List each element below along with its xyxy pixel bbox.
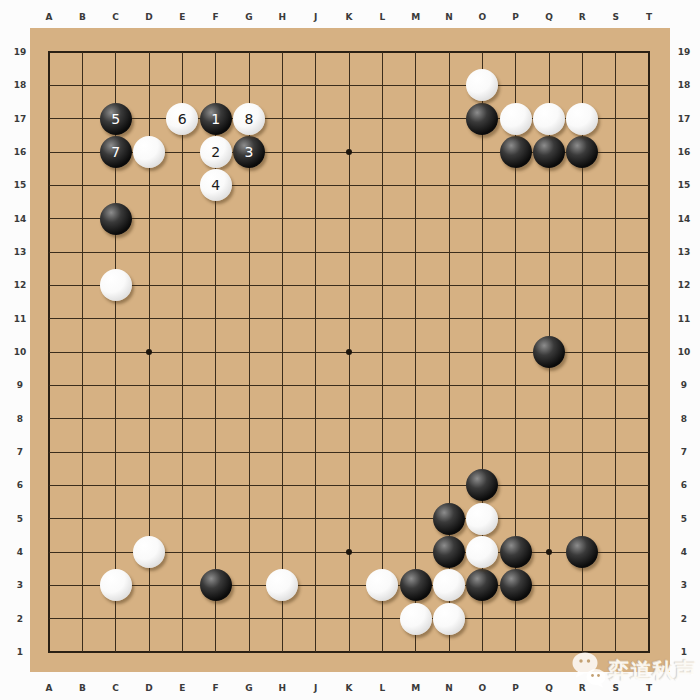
coord-label-left-5: 5: [17, 514, 23, 524]
grid-line: [615, 52, 616, 652]
coord-label-top-T: T: [646, 12, 652, 22]
coord-label-right-9: 9: [681, 380, 687, 390]
stone-black-R4: [566, 536, 598, 568]
grid-line: [49, 418, 649, 419]
coord-label-top-F: F: [213, 12, 219, 22]
stone-black-F3: [200, 569, 232, 601]
stone-black-P4: [500, 536, 532, 568]
coord-label-left-18: 18: [14, 80, 27, 90]
coord-label-bottom-B: B: [79, 683, 86, 693]
coord-label-top-C: C: [112, 12, 119, 22]
coord-label-top-N: N: [445, 12, 453, 22]
coord-label-left-3: 3: [17, 580, 23, 590]
stone-white-D16: [133, 136, 165, 168]
stone-black-R16: [566, 136, 598, 168]
stone-white-D4: [133, 536, 165, 568]
stone-white-E17: 6: [166, 103, 198, 135]
coord-label-bottom-N: N: [445, 683, 453, 693]
coord-label-bottom-D: D: [145, 683, 152, 693]
watermark-text: 弈道秋声: [608, 656, 696, 684]
coord-label-top-G: G: [245, 12, 252, 22]
coord-label-left-14: 14: [14, 214, 27, 224]
stone-black-P16: [500, 136, 532, 168]
coord-label-right-6: 6: [681, 480, 687, 490]
move-number: 6: [178, 112, 187, 126]
star-point-K16: [346, 149, 352, 155]
star-point-K4: [346, 549, 352, 555]
stone-black-N5: [433, 503, 465, 535]
coord-label-bottom-E: E: [179, 683, 185, 693]
coord-label-bottom-K: K: [346, 683, 353, 693]
coord-label-right-8: 8: [681, 414, 687, 424]
coord-label-left-13: 13: [14, 247, 27, 257]
coord-label-right-4: 4: [681, 547, 687, 557]
move-number: 1: [211, 112, 220, 126]
stone-black-F17: 1: [200, 103, 232, 135]
coord-label-top-P: P: [512, 12, 519, 22]
move-number: 4: [211, 178, 220, 192]
stone-black-N4: [433, 536, 465, 568]
stone-white-H3: [266, 569, 298, 601]
coord-label-left-15: 15: [14, 180, 27, 190]
watermark: 弈道秋声: [572, 646, 698, 698]
coord-label-left-4: 4: [17, 547, 23, 557]
stone-white-O5: [466, 503, 498, 535]
coord-label-right-7: 7: [681, 447, 687, 457]
stone-white-R17: [566, 103, 598, 135]
grid-line: [49, 485, 649, 486]
coord-label-bottom-O: O: [479, 683, 487, 693]
coord-label-bottom-F: F: [213, 683, 219, 693]
coord-label-right-2: 2: [681, 614, 687, 624]
stone-black-O6: [466, 469, 498, 501]
move-number: 2: [211, 145, 220, 159]
star-point-K10: [346, 349, 352, 355]
coord-label-left-7: 7: [17, 447, 23, 457]
wechat-icon: [572, 650, 606, 688]
stone-white-L3: [366, 569, 398, 601]
coord-label-left-8: 8: [17, 414, 23, 424]
coord-label-right-18: 18: [678, 80, 691, 90]
coord-label-bottom-C: C: [112, 683, 119, 693]
coord-label-left-2: 2: [17, 614, 23, 624]
coord-label-bottom-J: J: [314, 683, 317, 693]
stone-white-O18: [466, 69, 498, 101]
coord-label-right-13: 13: [678, 247, 691, 257]
star-point-D10: [146, 349, 152, 355]
stone-white-C12: [100, 269, 132, 301]
coord-label-top-D: D: [145, 12, 152, 22]
coord-label-right-19: 19: [678, 47, 691, 57]
coord-label-top-H: H: [279, 12, 287, 22]
stone-black-O17: [466, 103, 498, 135]
stone-black-Q16: [533, 136, 565, 168]
coord-label-top-S: S: [612, 12, 618, 22]
stone-black-M3: [400, 569, 432, 601]
move-number: 5: [111, 112, 120, 126]
grid-line: [415, 52, 416, 652]
grid-line: [49, 452, 649, 453]
grid-line: [49, 385, 649, 386]
stone-black-C17: 5: [100, 103, 132, 135]
coord-label-bottom-Q: Q: [545, 683, 553, 693]
coord-label-right-14: 14: [678, 214, 691, 224]
stone-black-C16: 7: [100, 136, 132, 168]
coord-label-left-10: 10: [14, 347, 27, 357]
coord-label-right-11: 11: [678, 314, 691, 324]
coord-label-bottom-H: H: [279, 683, 287, 693]
coord-label-bottom-M: M: [411, 683, 420, 693]
stone-white-M2: [400, 603, 432, 635]
stone-white-O4: [466, 536, 498, 568]
stone-black-P3: [500, 569, 532, 601]
coord-label-top-O: O: [479, 12, 487, 22]
coord-label-right-15: 15: [678, 180, 691, 190]
stone-black-Q10: [533, 336, 565, 368]
coord-label-right-12: 12: [678, 280, 691, 290]
grid-line: [382, 52, 383, 652]
coord-label-right-3: 3: [681, 580, 687, 590]
move-number: 3: [245, 145, 254, 159]
coord-label-left-9: 9: [17, 380, 23, 390]
coord-label-left-17: 17: [14, 114, 27, 124]
stone-white-F15: 4: [200, 169, 232, 201]
coord-label-left-19: 19: [14, 47, 27, 57]
coord-label-left-6: 6: [17, 480, 23, 490]
stone-white-Q17: [533, 103, 565, 135]
stone-white-G17: 8: [233, 103, 265, 135]
coord-label-right-10: 10: [678, 347, 691, 357]
coord-label-left-11: 11: [14, 314, 27, 324]
grid-line: [49, 585, 649, 586]
move-number: 7: [111, 145, 120, 159]
coord-label-top-J: J: [314, 12, 317, 22]
stone-black-C14: [100, 203, 132, 235]
stone-white-P17: [500, 103, 532, 135]
stone-black-O3: [466, 569, 498, 601]
star-point-Q4: [546, 549, 552, 555]
coord-label-top-K: K: [346, 12, 353, 22]
grid-line: [49, 618, 649, 619]
coord-label-bottom-L: L: [379, 683, 385, 693]
coord-label-left-1: 1: [17, 647, 23, 657]
stone-white-C3: [100, 569, 132, 601]
coord-label-right-5: 5: [681, 514, 687, 524]
coord-label-top-M: M: [411, 12, 420, 22]
move-number: 8: [245, 112, 254, 126]
go-diagram-page: 51736824 弈道秋声 AABBCCDDEEFFGGHHJJKKLLMMNN…: [0, 0, 700, 700]
coord-label-bottom-G: G: [245, 683, 252, 693]
coord-label-bottom-A: A: [46, 683, 53, 693]
coord-label-right-17: 17: [678, 114, 691, 124]
coord-label-top-Q: Q: [545, 12, 553, 22]
coord-label-top-R: R: [579, 12, 586, 22]
stone-black-G16: 3: [233, 136, 265, 168]
coord-label-top-A: A: [46, 12, 53, 22]
grid-line: [49, 518, 649, 519]
coord-label-left-12: 12: [14, 280, 27, 290]
coord-label-left-16: 16: [14, 147, 27, 157]
coord-label-top-E: E: [179, 12, 185, 22]
coord-label-bottom-P: P: [512, 683, 519, 693]
stone-white-N3: [433, 569, 465, 601]
stone-white-F16: 2: [200, 136, 232, 168]
coord-label-top-L: L: [379, 12, 385, 22]
board-grid: 51736824: [49, 52, 649, 652]
stone-white-N2: [433, 603, 465, 635]
coord-label-right-16: 16: [678, 147, 691, 157]
coord-label-top-B: B: [79, 12, 86, 22]
